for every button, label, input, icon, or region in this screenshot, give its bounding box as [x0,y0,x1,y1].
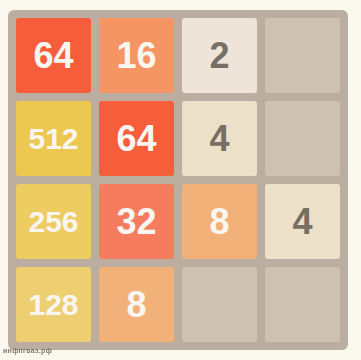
tile-256-r3c1: 256 [16,184,91,259]
cell-empty-r4c3 [182,267,257,342]
tile-2-r1c3: 2 [182,18,257,93]
tile-64-r1c1: 64 [16,18,91,93]
cell-empty-r1c4 [265,18,340,93]
tile-16-r1c2: 16 [99,18,174,93]
cell-empty-r4c4 [265,267,340,342]
board-2048[interactable]: 6416251264425632841288 [8,10,348,350]
watermark: инфпгваз.рф [3,347,52,354]
tile-32-r3c2: 32 [99,184,174,259]
tile-8-r3c3: 8 [182,184,257,259]
tile-4-r2c3: 4 [182,101,257,176]
tile-4-r3c4: 4 [265,184,340,259]
tile-512-r2c1: 512 [16,101,91,176]
tile-8-r4c2: 8 [99,267,174,342]
tile-64-r2c2: 64 [99,101,174,176]
cell-empty-r2c4 [265,101,340,176]
tile-128-r4c1: 128 [16,267,91,342]
